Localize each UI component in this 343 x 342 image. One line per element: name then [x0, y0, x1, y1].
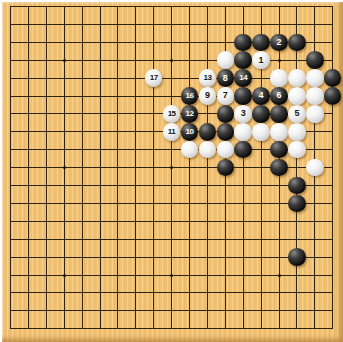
white-stone[interactable]: [234, 123, 252, 141]
move-number: 17: [150, 74, 158, 82]
grid-line-vertical: [207, 6, 208, 329]
black-stone[interactable]: [324, 87, 342, 105]
black-stone[interactable]: [234, 51, 252, 69]
star-point: [170, 59, 173, 62]
move-number: 12: [186, 110, 194, 118]
black-stone[interactable]: [199, 123, 217, 141]
black-stone[interactable]: [270, 159, 288, 177]
black-stone[interactable]: 4: [252, 87, 270, 105]
white-stone[interactable]: [270, 123, 288, 141]
black-stone[interactable]: [234, 34, 252, 52]
move-number: 6: [276, 91, 281, 100]
star-point: [63, 274, 66, 277]
white-stone[interactable]: [288, 123, 306, 141]
white-stone[interactable]: [217, 141, 235, 159]
move-number: 10: [186, 128, 194, 136]
white-stone[interactable]: 5: [288, 105, 306, 123]
grid-line-horizontal: [10, 221, 333, 222]
black-stone[interactable]: [252, 34, 270, 52]
white-stone[interactable]: [181, 141, 199, 159]
black-stone[interactable]: 6: [270, 87, 288, 105]
grid-line-horizontal: [10, 257, 333, 258]
grid-line-horizontal: [10, 328, 333, 329]
page: 2117138141697461512351110: [0, 0, 343, 342]
white-stone[interactable]: [306, 159, 324, 177]
white-stone[interactable]: 7: [217, 87, 235, 105]
white-stone[interactable]: 1: [252, 51, 270, 69]
move-number: 1: [259, 56, 264, 65]
grid-line-vertical: [189, 6, 190, 329]
star-point: [63, 166, 66, 169]
black-stone[interactable]: [217, 159, 235, 177]
white-stone[interactable]: [252, 123, 270, 141]
white-stone[interactable]: [288, 141, 306, 159]
go-board[interactable]: 2117138141697461512351110: [2, 2, 343, 342]
black-stone[interactable]: 12: [181, 105, 199, 123]
grid-line-horizontal: [10, 310, 333, 311]
black-stone[interactable]: [252, 105, 270, 123]
black-stone[interactable]: [234, 141, 252, 159]
black-stone[interactable]: [217, 105, 235, 123]
star-point: [278, 274, 281, 277]
black-stone[interactable]: 10: [181, 123, 199, 141]
grid-line-horizontal: [10, 239, 333, 240]
white-stone[interactable]: 13: [199, 69, 217, 87]
black-stone[interactable]: [288, 177, 306, 195]
move-number: 7: [223, 91, 228, 100]
white-stone[interactable]: [288, 87, 306, 105]
white-stone[interactable]: 3: [234, 105, 252, 123]
white-stone[interactable]: 9: [199, 87, 217, 105]
move-number: 8: [223, 74, 228, 83]
white-stone[interactable]: 11: [163, 123, 181, 141]
star-point: [170, 274, 173, 277]
grid-line-vertical: [296, 6, 297, 329]
white-stone[interactable]: [306, 87, 324, 105]
move-number: 11: [168, 128, 175, 136]
black-stone[interactable]: [270, 141, 288, 159]
white-stone[interactable]: [306, 105, 324, 123]
move-number: 14: [239, 74, 247, 82]
move-number: 13: [203, 74, 211, 82]
white-stone[interactable]: [306, 69, 324, 87]
move-number: 2: [276, 38, 281, 47]
black-stone[interactable]: [270, 105, 288, 123]
move-number: 3: [241, 109, 246, 118]
grid-line-vertical: [332, 6, 333, 329]
grid-line-horizontal: [10, 185, 333, 186]
black-stone[interactable]: [288, 195, 306, 213]
move-number: 4: [259, 91, 264, 100]
white-stone[interactable]: [270, 69, 288, 87]
black-stone[interactable]: 2: [270, 34, 288, 52]
black-stone[interactable]: [306, 51, 324, 69]
white-stone[interactable]: 15: [163, 105, 181, 123]
black-stone[interactable]: 16: [181, 87, 199, 105]
move-number: 9: [205, 91, 210, 100]
grid-line-horizontal: [10, 203, 333, 204]
move-number: 15: [168, 110, 176, 118]
black-stone[interactable]: 14: [234, 69, 252, 87]
star-point: [63, 59, 66, 62]
black-stone[interactable]: [324, 69, 342, 87]
white-stone[interactable]: [199, 141, 217, 159]
grid-line-horizontal: [10, 292, 333, 293]
white-stone[interactable]: [217, 51, 235, 69]
black-stone[interactable]: 8: [217, 69, 235, 87]
black-stone[interactable]: [288, 34, 306, 52]
black-stone[interactable]: [288, 248, 306, 266]
move-number: 5: [294, 109, 299, 118]
move-number: 16: [186, 92, 194, 100]
star-point: [278, 59, 281, 62]
star-point: [170, 166, 173, 169]
black-stone[interactable]: [217, 123, 235, 141]
black-stone[interactable]: [234, 87, 252, 105]
white-stone[interactable]: 17: [145, 69, 163, 87]
white-stone[interactable]: [288, 69, 306, 87]
